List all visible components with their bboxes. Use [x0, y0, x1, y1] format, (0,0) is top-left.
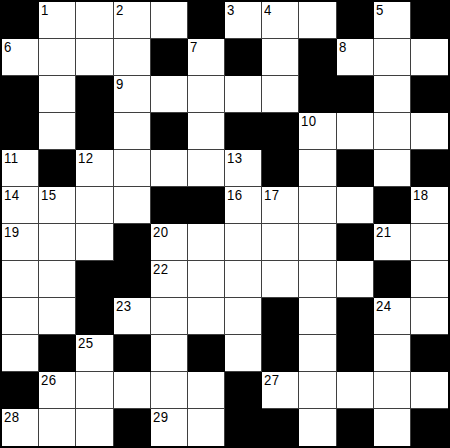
clue-number-11: 11 [4, 150, 19, 166]
block-cell-r5c2 [39, 150, 76, 187]
white-cell-r7c11[interactable]: 21 [374, 224, 411, 261]
white-cell-r6c7[interactable]: 16 [225, 187, 262, 224]
block-cell-r3c1 [2, 76, 39, 113]
block-cell-r3c10 [337, 76, 374, 113]
white-cell-r10c3[interactable]: 25 [76, 335, 113, 372]
white-cell-r12c9[interactable] [299, 409, 336, 446]
block-cell-r12c10 [337, 409, 374, 446]
white-cell-r6c10[interactable] [337, 187, 374, 224]
block-cell-r2c9 [299, 39, 336, 76]
white-cell-r11c3[interactable] [76, 372, 113, 409]
white-cell-r4c12[interactable] [411, 113, 448, 150]
white-cell-r5c6[interactable] [188, 150, 225, 187]
white-cell-r8c12[interactable] [411, 261, 448, 298]
block-cell-r6c6 [188, 187, 225, 224]
white-cell-r9c9[interactable] [299, 298, 336, 335]
clue-number-27: 27 [264, 372, 280, 388]
crossword-grid: 1234567891011121314151617181920212223242… [0, 0, 450, 448]
white-cell-r2c8[interactable] [262, 39, 299, 76]
white-cell-r10c1[interactable] [2, 335, 39, 372]
block-cell-r4c5 [151, 113, 188, 150]
white-cell-r10c9[interactable] [299, 335, 336, 372]
white-cell-r3c7[interactable] [225, 76, 262, 113]
white-cell-r5c9[interactable] [299, 150, 336, 187]
white-cell-r4c11[interactable] [374, 113, 411, 150]
white-cell-r3c6[interactable] [188, 76, 225, 113]
white-cell-r5c4[interactable] [114, 150, 151, 187]
white-cell-r9c4[interactable]: 23 [114, 298, 151, 335]
clue-number-16: 16 [227, 187, 243, 203]
white-cell-r11c10[interactable] [337, 372, 374, 409]
clue-number-7: 7 [190, 39, 198, 55]
white-cell-r10c7[interactable] [225, 335, 262, 372]
white-cell-r9c5[interactable] [151, 298, 188, 335]
white-cell-r11c12[interactable] [411, 372, 448, 409]
block-cell-r4c3 [76, 113, 113, 150]
block-cell-r4c7 [225, 113, 262, 150]
block-cell-r10c2 [39, 335, 76, 372]
white-cell-r11c11[interactable] [374, 372, 411, 409]
block-cell-r12c8 [262, 409, 299, 446]
white-cell-r6c2[interactable]: 15 [39, 187, 76, 224]
white-cell-r9c7[interactable] [225, 298, 262, 335]
block-cell-r5c8 [262, 150, 299, 187]
white-cell-r8c2[interactable] [39, 261, 76, 298]
clue-number-29: 29 [153, 409, 169, 425]
block-cell-r3c9 [299, 76, 336, 113]
clue-number-1: 1 [41, 2, 49, 18]
white-cell-r9c11[interactable]: 24 [374, 298, 411, 335]
white-cell-r1c11[interactable]: 5 [374, 2, 411, 39]
block-cell-r3c3 [76, 76, 113, 113]
clue-number-5: 5 [376, 2, 384, 18]
block-cell-r5c12 [411, 150, 448, 187]
block-cell-r1c6 [188, 2, 225, 39]
clue-number-21: 21 [376, 224, 392, 240]
white-cell-r8c9[interactable] [299, 261, 336, 298]
clue-number-23: 23 [116, 298, 132, 314]
white-cell-r3c8[interactable] [262, 76, 299, 113]
white-cell-r4c9[interactable]: 10 [299, 113, 336, 150]
white-cell-r7c2[interactable] [39, 224, 76, 261]
white-cell-r2c11[interactable] [374, 39, 411, 76]
clue-number-22: 22 [153, 261, 169, 277]
clue-number-8: 8 [339, 39, 347, 55]
white-cell-r7c12[interactable] [411, 224, 448, 261]
white-cell-r1c9[interactable] [299, 2, 336, 39]
white-cell-r12c6[interactable] [188, 409, 225, 446]
clue-number-14: 14 [4, 187, 20, 203]
clue-number-10: 10 [301, 113, 317, 129]
block-cell-r8c4 [114, 261, 151, 298]
white-cell-r11c6[interactable] [188, 372, 225, 409]
white-cell-r12c3[interactable] [76, 409, 113, 446]
white-cell-r8c6[interactable] [188, 261, 225, 298]
block-cell-r9c10 [337, 298, 374, 335]
white-cell-r5c5[interactable] [151, 150, 188, 187]
clue-number-24: 24 [376, 298, 392, 314]
white-cell-r2c1[interactable]: 6 [2, 39, 39, 76]
clue-number-28: 28 [4, 409, 20, 425]
white-cell-r7c9[interactable] [299, 224, 336, 261]
block-cell-r6c5 [151, 187, 188, 224]
white-cell-r2c4[interactable] [114, 39, 151, 76]
white-cell-r3c11[interactable] [374, 76, 411, 113]
white-cell-r1c2[interactable]: 1 [39, 2, 76, 39]
white-cell-r11c8[interactable]: 27 [262, 372, 299, 409]
white-cell-r2c12[interactable] [411, 39, 448, 76]
white-cell-r3c2[interactable] [39, 76, 76, 113]
white-cell-r12c5[interactable]: 29 [151, 409, 188, 446]
white-cell-r2c10[interactable]: 8 [337, 39, 374, 76]
white-cell-r2c6[interactable]: 7 [188, 39, 225, 76]
clue-number-2: 2 [116, 2, 124, 18]
block-cell-r7c10 [337, 224, 374, 261]
white-cell-r6c9[interactable] [299, 187, 336, 224]
white-cell-r8c10[interactable] [337, 261, 374, 298]
white-cell-r8c8[interactable] [262, 261, 299, 298]
white-cell-r8c5[interactable]: 22 [151, 261, 188, 298]
clue-number-17: 17 [264, 187, 280, 203]
block-cell-r10c12 [411, 335, 448, 372]
white-cell-r4c2[interactable] [39, 113, 76, 150]
block-cell-r2c5 [151, 39, 188, 76]
white-cell-r11c2[interactable]: 26 [39, 372, 76, 409]
block-cell-r12c7 [225, 409, 262, 446]
block-cell-r5c10 [337, 150, 374, 187]
clue-number-19: 19 [4, 224, 20, 240]
clue-number-15: 15 [41, 187, 57, 203]
clue-number-13: 13 [227, 150, 243, 166]
block-cell-r6c11 [374, 187, 411, 224]
clue-number-6: 6 [4, 39, 12, 55]
white-cell-r6c4[interactable] [114, 187, 151, 224]
white-cell-r11c5[interactable] [151, 372, 188, 409]
clue-number-9: 9 [116, 76, 124, 92]
white-cell-r9c12[interactable] [411, 298, 448, 335]
white-cell-r1c8[interactable]: 4 [262, 2, 299, 39]
white-cell-r11c9[interactable] [299, 372, 336, 409]
white-cell-r6c3[interactable] [76, 187, 113, 224]
clue-number-12: 12 [78, 150, 94, 166]
white-cell-r7c5[interactable]: 20 [151, 224, 188, 261]
white-cell-r4c6[interactable] [188, 113, 225, 150]
block-cell-r10c8 [262, 335, 299, 372]
white-cell-r10c11[interactable] [374, 335, 411, 372]
clue-number-25: 25 [78, 335, 94, 351]
white-cell-r1c4[interactable]: 2 [114, 2, 151, 39]
clue-number-4: 4 [264, 2, 272, 18]
block-cell-r8c3 [76, 261, 113, 298]
white-cell-r4c4[interactable] [114, 113, 151, 150]
clue-number-26: 26 [41, 372, 57, 388]
white-cell-r1c7[interactable]: 3 [225, 2, 262, 39]
white-cell-r6c12[interactable]: 18 [411, 187, 448, 224]
white-cell-r5c1[interactable]: 11 [2, 150, 39, 187]
white-cell-r7c3[interactable] [76, 224, 113, 261]
white-cell-r11c4[interactable] [114, 372, 151, 409]
white-cell-r7c7[interactable] [225, 224, 262, 261]
white-cell-r10c5[interactable] [151, 335, 188, 372]
white-cell-r8c1[interactable] [2, 261, 39, 298]
block-cell-r9c3 [76, 298, 113, 335]
block-cell-r10c6 [188, 335, 225, 372]
block-cell-r12c4 [114, 409, 151, 446]
block-cell-r10c10 [337, 335, 374, 372]
white-cell-r6c8[interactable]: 17 [262, 187, 299, 224]
white-cell-r9c2[interactable] [39, 298, 76, 335]
white-cell-r2c2[interactable] [39, 39, 76, 76]
white-cell-r12c1[interactable]: 28 [2, 409, 39, 446]
block-cell-r12c12 [411, 409, 448, 446]
white-cell-r7c6[interactable] [188, 224, 225, 261]
clue-number-3: 3 [227, 2, 235, 18]
block-cell-r3c12 [411, 76, 448, 113]
white-cell-r5c11[interactable] [374, 150, 411, 187]
clue-number-20: 20 [153, 224, 169, 240]
white-cell-r3c4[interactable]: 9 [114, 76, 151, 113]
white-cell-r1c5[interactable] [151, 2, 188, 39]
block-cell-r2c7 [225, 39, 262, 76]
white-cell-r8c7[interactable] [225, 261, 262, 298]
white-cell-r7c1[interactable]: 19 [2, 224, 39, 261]
block-cell-r8c11 [374, 261, 411, 298]
white-cell-r3c5[interactable] [151, 76, 188, 113]
block-cell-r1c1 [2, 2, 39, 39]
white-cell-r4c10[interactable] [337, 113, 374, 150]
block-cell-r4c1 [2, 113, 39, 150]
white-cell-r9c6[interactable] [188, 298, 225, 335]
clue-number-18: 18 [413, 187, 429, 203]
white-cell-r5c3[interactable]: 12 [76, 150, 113, 187]
block-cell-r1c12 [411, 2, 448, 39]
white-cell-r12c2[interactable] [39, 409, 76, 446]
block-cell-r4c8 [262, 113, 299, 150]
white-cell-r9c1[interactable] [2, 298, 39, 335]
white-cell-r2c3[interactable] [76, 39, 113, 76]
white-cell-r6c1[interactable]: 14 [2, 187, 39, 224]
white-cell-r5c7[interactable]: 13 [225, 150, 262, 187]
block-cell-r9c8 [262, 298, 299, 335]
block-cell-r11c7 [225, 372, 262, 409]
block-cell-r10c4 [114, 335, 151, 372]
white-cell-r7c8[interactable] [262, 224, 299, 261]
white-cell-r1c3[interactable] [76, 2, 113, 39]
block-cell-r7c4 [114, 224, 151, 261]
white-cell-r12c11[interactable] [374, 409, 411, 446]
block-cell-r11c1 [2, 372, 39, 409]
block-cell-r1c10 [337, 2, 374, 39]
